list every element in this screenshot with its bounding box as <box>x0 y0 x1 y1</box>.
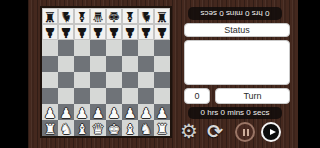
square-c7[interactable]: ♟ <box>74 24 90 40</box>
circular-arrow-icon[interactable]: ⟳ <box>207 120 223 143</box>
square-c4[interactable] <box>74 72 90 88</box>
square-b4[interactable] <box>58 72 74 88</box>
black-pawn: ♟ <box>42 25 58 40</box>
move-count: 0 <box>184 88 210 104</box>
square-h1[interactable]: ♜ <box>154 120 170 136</box>
black-bishop: ♝ <box>122 9 138 24</box>
chess-board-frame: ♜♞♝♛♚♝♞♜♟♟♟♟♟♟♟♟♟♟♟♟♟♟♟♟♜♞♝♛♚♝♞♜ <box>40 6 172 138</box>
square-h6[interactable] <box>154 40 170 56</box>
top-player-timer: 0 hrs 0 mins 0 secs <box>188 7 282 20</box>
square-e6[interactable] <box>106 40 122 56</box>
white-bishop: ♝ <box>74 121 90 136</box>
square-c8[interactable]: ♝ <box>74 8 90 24</box>
square-h2[interactable]: ♟ <box>154 104 170 120</box>
square-a3[interactable] <box>42 88 58 104</box>
black-knight: ♞ <box>138 9 154 24</box>
white-knight: ♞ <box>138 121 154 136</box>
square-b8[interactable]: ♞ <box>58 8 74 24</box>
square-c3[interactable] <box>74 88 90 104</box>
square-c5[interactable] <box>74 56 90 72</box>
letterbox-right <box>298 0 320 148</box>
square-c2[interactable]: ♟ <box>74 104 90 120</box>
pause-button[interactable] <box>235 122 255 142</box>
square-f3[interactable] <box>122 88 138 104</box>
square-f8[interactable]: ♝ <box>122 8 138 24</box>
square-e4[interactable] <box>106 72 122 88</box>
white-pawn: ♟ <box>154 105 170 120</box>
square-g3[interactable] <box>138 88 154 104</box>
square-a5[interactable] <box>42 56 58 72</box>
square-d6[interactable] <box>90 40 106 56</box>
square-e5[interactable] <box>106 56 122 72</box>
square-d1[interactable]: ♛ <box>90 120 106 136</box>
play-icon <box>270 129 276 135</box>
move-log <box>184 40 290 85</box>
square-a6[interactable] <box>42 40 58 56</box>
square-e2[interactable]: ♟ <box>106 104 122 120</box>
status-button[interactable]: Status <box>184 23 290 37</box>
square-g5[interactable] <box>138 56 154 72</box>
square-b6[interactable] <box>58 40 74 56</box>
white-bishop: ♝ <box>122 121 138 136</box>
black-pawn: ♟ <box>122 25 138 40</box>
square-f2[interactable]: ♟ <box>122 104 138 120</box>
white-pawn: ♟ <box>90 105 106 120</box>
square-b2[interactable]: ♟ <box>58 104 74 120</box>
white-knight: ♞ <box>58 121 74 136</box>
black-pawn: ♟ <box>58 25 74 40</box>
square-d5[interactable] <box>90 56 106 72</box>
white-pawn: ♟ <box>122 105 138 120</box>
square-b7[interactable]: ♟ <box>58 24 74 40</box>
square-d4[interactable] <box>90 72 106 88</box>
square-e8[interactable]: ♚ <box>106 8 122 24</box>
pause-icon <box>247 129 250 136</box>
play-button[interactable] <box>261 122 281 142</box>
white-king: ♚ <box>106 121 122 136</box>
black-pawn: ♟ <box>74 25 90 40</box>
letterbox-left <box>0 0 28 148</box>
black-queen: ♛ <box>90 9 106 24</box>
bottom-player-timer: 0 hrs 0 mins 0 secs <box>188 107 282 119</box>
square-d3[interactable] <box>90 88 106 104</box>
black-rook: ♜ <box>154 9 170 24</box>
square-b3[interactable] <box>58 88 74 104</box>
square-f7[interactable]: ♟ <box>122 24 138 40</box>
white-queen: ♛ <box>90 121 106 136</box>
square-d8[interactable]: ♛ <box>90 8 106 24</box>
pause-icon <box>243 129 246 136</box>
black-knight: ♞ <box>58 9 74 24</box>
square-h8[interactable]: ♜ <box>154 8 170 24</box>
square-a1[interactable]: ♜ <box>42 120 58 136</box>
square-g2[interactable]: ♟ <box>138 104 154 120</box>
square-g6[interactable] <box>138 40 154 56</box>
black-pawn: ♟ <box>106 25 122 40</box>
square-e7[interactable]: ♟ <box>106 24 122 40</box>
square-h4[interactable] <box>154 72 170 88</box>
chess-board[interactable]: ♜♞♝♛♚♝♞♜♟♟♟♟♟♟♟♟♟♟♟♟♟♟♟♟♜♞♝♛♚♝♞♜ <box>42 8 170 136</box>
black-pawn: ♟ <box>154 25 170 40</box>
square-h7[interactable]: ♟ <box>154 24 170 40</box>
black-pawn: ♟ <box>90 25 106 40</box>
white-pawn: ♟ <box>42 105 58 120</box>
white-pawn: ♟ <box>58 105 74 120</box>
square-a4[interactable] <box>42 72 58 88</box>
square-h3[interactable] <box>154 88 170 104</box>
white-rook: ♜ <box>154 121 170 136</box>
black-rook: ♜ <box>42 9 58 24</box>
black-king: ♚ <box>106 9 122 24</box>
square-f1[interactable]: ♝ <box>122 120 138 136</box>
square-b1[interactable]: ♞ <box>58 120 74 136</box>
square-e3[interactable] <box>106 88 122 104</box>
square-f5[interactable] <box>122 56 138 72</box>
square-a7[interactable]: ♟ <box>42 24 58 40</box>
square-c1[interactable]: ♝ <box>74 120 90 136</box>
square-g7[interactable]: ♟ <box>138 24 154 40</box>
chess-app-window: ♜♞♝♛♚♝♞♜♟♟♟♟♟♟♟♟♟♟♟♟♟♟♟♟♜♞♝♛♚♝♞♜ 0 hrs 0… <box>0 0 320 148</box>
square-f4[interactable] <box>122 72 138 88</box>
square-c6[interactable] <box>74 40 90 56</box>
black-bishop: ♝ <box>74 9 90 24</box>
square-d7[interactable]: ♟ <box>90 24 106 40</box>
square-g8[interactable]: ♞ <box>138 8 154 24</box>
white-pawn: ♟ <box>74 105 90 120</box>
square-a2[interactable]: ♟ <box>42 104 58 120</box>
white-pawn: ♟ <box>138 105 154 120</box>
square-f6[interactable] <box>122 40 138 56</box>
white-pawn: ♟ <box>106 105 122 120</box>
square-d2[interactable]: ♟ <box>90 104 106 120</box>
square-a8[interactable]: ♜ <box>42 8 58 24</box>
square-g4[interactable] <box>138 72 154 88</box>
square-e1[interactable]: ♚ <box>106 120 122 136</box>
gear-icon[interactable]: ⚙ <box>180 119 198 143</box>
white-rook: ♜ <box>42 121 58 136</box>
square-b5[interactable] <box>58 56 74 72</box>
black-pawn: ♟ <box>138 25 154 40</box>
square-g1[interactable]: ♞ <box>138 120 154 136</box>
turn-indicator: Turn <box>215 88 290 104</box>
square-h5[interactable] <box>154 56 170 72</box>
